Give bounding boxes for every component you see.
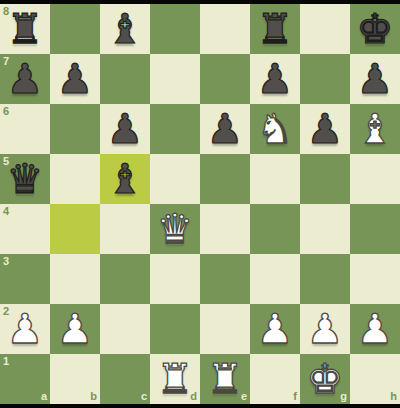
square-c6[interactable]: ♟ xyxy=(100,104,150,154)
square-d3[interactable] xyxy=(150,254,200,304)
square-d2[interactable] xyxy=(150,304,200,354)
square-a2[interactable]: 2♟ xyxy=(0,304,50,354)
square-d7[interactable] xyxy=(150,54,200,104)
piece-white-queen[interactable]: ♛ xyxy=(150,204,200,254)
piece-white-king[interactable]: ♚ xyxy=(300,354,350,404)
square-e1[interactable]: e♜ xyxy=(200,354,250,404)
square-f5[interactable] xyxy=(250,154,300,204)
square-g7[interactable] xyxy=(300,54,350,104)
square-b7[interactable]: ♟ xyxy=(50,54,100,104)
file-label-f: f xyxy=(293,391,297,402)
piece-white-pawn[interactable]: ♟ xyxy=(350,304,400,354)
square-d8[interactable] xyxy=(150,4,200,54)
square-h5[interactable] xyxy=(350,154,400,204)
piece-black-rook[interactable]: ♜ xyxy=(250,4,300,54)
piece-black-rook[interactable]: ♜ xyxy=(0,4,50,54)
rank-label-3: 3 xyxy=(3,256,9,267)
file-label-c: c xyxy=(141,391,147,402)
file-label-h: h xyxy=(390,391,397,402)
square-b1[interactable]: b xyxy=(50,354,100,404)
square-a5[interactable]: 5♛ xyxy=(0,154,50,204)
file-label-a: a xyxy=(41,391,47,402)
square-f4[interactable] xyxy=(250,204,300,254)
square-h3[interactable] xyxy=(350,254,400,304)
square-d1[interactable]: d♜ xyxy=(150,354,200,404)
square-b6[interactable] xyxy=(50,104,100,154)
square-f1[interactable]: f xyxy=(250,354,300,404)
piece-black-bishop[interactable]: ♝ xyxy=(100,4,150,54)
square-f6[interactable]: ♞ xyxy=(250,104,300,154)
square-a7[interactable]: 7♟ xyxy=(0,54,50,104)
piece-white-knight[interactable]: ♞ xyxy=(250,104,300,154)
square-c8[interactable]: ♝ xyxy=(100,4,150,54)
square-c4[interactable] xyxy=(100,204,150,254)
square-h7[interactable]: ♟ xyxy=(350,54,400,104)
square-e3[interactable] xyxy=(200,254,250,304)
square-b5[interactable] xyxy=(50,154,100,204)
square-f2[interactable]: ♟ xyxy=(250,304,300,354)
square-f8[interactable]: ♜ xyxy=(250,4,300,54)
square-e2[interactable] xyxy=(200,304,250,354)
square-e7[interactable] xyxy=(200,54,250,104)
piece-black-queen[interactable]: ♛ xyxy=(0,154,50,204)
square-g5[interactable] xyxy=(300,154,350,204)
square-g6[interactable]: ♟ xyxy=(300,104,350,154)
square-a8[interactable]: 8♜ xyxy=(0,4,50,54)
square-h2[interactable]: ♟ xyxy=(350,304,400,354)
square-h1[interactable]: h xyxy=(350,354,400,404)
square-f3[interactable] xyxy=(250,254,300,304)
square-d6[interactable] xyxy=(150,104,200,154)
chess-app-screen: 8♜♝♜♚7♟♟♟♟6♟♟♞♟♝5♛♝4♛32♟♟♟♟♟1abcd♜e♜fg♚h xyxy=(0,0,400,408)
square-b8[interactable] xyxy=(50,4,100,54)
piece-black-pawn[interactable]: ♟ xyxy=(0,54,50,104)
square-a4[interactable]: 4 xyxy=(0,204,50,254)
square-e6[interactable]: ♟ xyxy=(200,104,250,154)
piece-white-bishop[interactable]: ♝ xyxy=(350,104,400,154)
square-c2[interactable] xyxy=(100,304,150,354)
piece-black-pawn[interactable]: ♟ xyxy=(350,54,400,104)
piece-white-pawn[interactable]: ♟ xyxy=(0,304,50,354)
square-e5[interactable] xyxy=(200,154,250,204)
square-h4[interactable] xyxy=(350,204,400,254)
piece-white-pawn[interactable]: ♟ xyxy=(250,304,300,354)
square-b3[interactable] xyxy=(50,254,100,304)
square-c3[interactable] xyxy=(100,254,150,304)
rank-label-6: 6 xyxy=(3,106,9,117)
piece-black-pawn[interactable]: ♟ xyxy=(250,54,300,104)
square-c5[interactable]: ♝ xyxy=(100,154,150,204)
square-d4[interactable]: ♛ xyxy=(150,204,200,254)
piece-white-rook[interactable]: ♜ xyxy=(150,354,200,404)
square-a3[interactable]: 3 xyxy=(0,254,50,304)
square-g8[interactable] xyxy=(300,4,350,54)
square-c7[interactable] xyxy=(100,54,150,104)
piece-black-bishop[interactable]: ♝ xyxy=(100,154,150,204)
square-c1[interactable]: c xyxy=(100,354,150,404)
square-g3[interactable] xyxy=(300,254,350,304)
piece-black-pawn[interactable]: ♟ xyxy=(300,104,350,154)
square-a1[interactable]: 1a xyxy=(0,354,50,404)
square-d5[interactable] xyxy=(150,154,200,204)
square-b4[interactable] xyxy=(50,204,100,254)
piece-white-pawn[interactable]: ♟ xyxy=(50,304,100,354)
piece-black-king[interactable]: ♚ xyxy=(350,4,400,54)
square-g4[interactable] xyxy=(300,204,350,254)
rank-label-1: 1 xyxy=(3,356,9,367)
square-h6[interactable]: ♝ xyxy=(350,104,400,154)
square-h8[interactable]: ♚ xyxy=(350,4,400,54)
piece-white-pawn[interactable]: ♟ xyxy=(300,304,350,354)
square-b2[interactable]: ♟ xyxy=(50,304,100,354)
file-label-b: b xyxy=(90,391,97,402)
square-e8[interactable] xyxy=(200,4,250,54)
piece-black-pawn[interactable]: ♟ xyxy=(100,104,150,154)
bottom-frame-bar xyxy=(0,404,400,408)
square-e4[interactable] xyxy=(200,204,250,254)
square-g2[interactable]: ♟ xyxy=(300,304,350,354)
chess-board: 8♜♝♜♚7♟♟♟♟6♟♟♞♟♝5♛♝4♛32♟♟♟♟♟1abcd♜e♜fg♚h xyxy=(0,4,400,404)
square-a6[interactable]: 6 xyxy=(0,104,50,154)
piece-white-rook[interactable]: ♜ xyxy=(200,354,250,404)
rank-label-4: 4 xyxy=(3,206,9,217)
piece-black-pawn[interactable]: ♟ xyxy=(200,104,250,154)
square-g1[interactable]: g♚ xyxy=(300,354,350,404)
square-f7[interactable]: ♟ xyxy=(250,54,300,104)
piece-black-pawn[interactable]: ♟ xyxy=(50,54,100,104)
